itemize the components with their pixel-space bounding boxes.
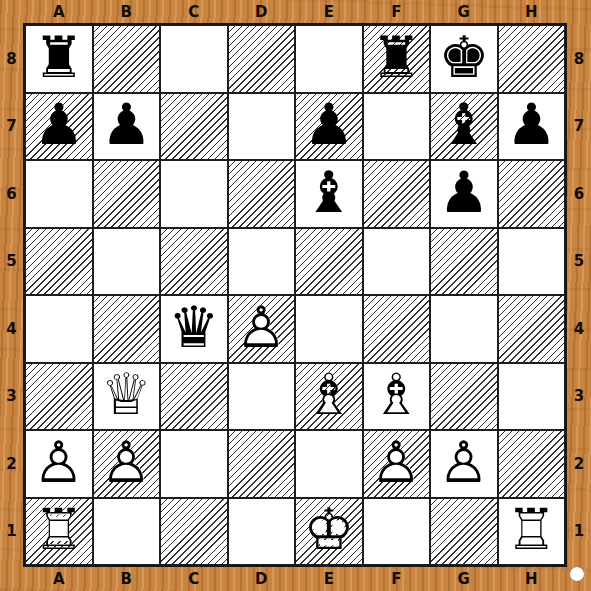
square-d3[interactable] bbox=[228, 363, 296, 431]
square-b8[interactable] bbox=[93, 25, 161, 93]
square-g6[interactable]: ♟ bbox=[430, 160, 498, 228]
square-b2[interactable]: ♟♙ bbox=[93, 430, 161, 498]
chess-board: ♜♜♚♟♟♟♝♟♝♟♛♟♙♛♕♝♗♝♗♟♙♟♙♟♙♟♙♜♖♚♔♜♖ bbox=[23, 23, 567, 567]
square-f3[interactable]: ♝♗ bbox=[363, 363, 431, 431]
square-f1[interactable] bbox=[363, 498, 431, 566]
file-labels-top: ABCDEFGH bbox=[25, 0, 565, 23]
piece-outline: ♙ bbox=[363, 430, 431, 498]
piece-white-pawn: ♟♙ bbox=[93, 430, 161, 498]
piece-white-pawn: ♟♙ bbox=[228, 295, 296, 363]
square-b3[interactable]: ♛♕ bbox=[93, 363, 161, 431]
piece-outline: ♖ bbox=[25, 498, 93, 566]
piece-outline: ♟ bbox=[498, 93, 566, 161]
piece-outline: ♚ bbox=[430, 25, 498, 93]
square-d5[interactable] bbox=[228, 228, 296, 296]
piece-black-bishop: ♝ bbox=[430, 93, 498, 161]
chess-board-frame: ABCDEFGH ABCDEFGH 87654321 87654321 ♜♜♚♟… bbox=[0, 0, 591, 591]
square-f6[interactable] bbox=[363, 160, 431, 228]
piece-outline: ♗ bbox=[295, 363, 363, 431]
file-label-h: H bbox=[498, 0, 566, 23]
piece-white-pawn: ♟♙ bbox=[430, 430, 498, 498]
piece-black-king: ♚ bbox=[430, 25, 498, 93]
square-d7[interactable] bbox=[228, 93, 296, 161]
piece-white-pawn: ♟♙ bbox=[363, 430, 431, 498]
piece-white-bishop: ♝♗ bbox=[295, 363, 363, 431]
file-label-d: D bbox=[228, 0, 296, 23]
file-label-g: G bbox=[430, 0, 498, 23]
square-c3[interactable] bbox=[160, 363, 228, 431]
white-to-move-indicator bbox=[570, 567, 584, 581]
square-b5[interactable] bbox=[93, 228, 161, 296]
square-a1[interactable]: ♜♖ bbox=[25, 498, 93, 566]
rank-label-8: 8 bbox=[0, 25, 23, 93]
file-label-f: F bbox=[363, 0, 431, 23]
square-h3[interactable] bbox=[498, 363, 566, 431]
rank-label-4: 4 bbox=[567, 295, 591, 363]
piece-black-pawn: ♟ bbox=[498, 93, 566, 161]
square-a6[interactable] bbox=[25, 160, 93, 228]
piece-outline: ♔ bbox=[295, 498, 363, 566]
square-e5[interactable] bbox=[295, 228, 363, 296]
rank-labels-left: 87654321 bbox=[0, 25, 23, 565]
file-label-e: E bbox=[295, 0, 363, 23]
rank-label-3: 3 bbox=[567, 363, 591, 431]
piece-black-pawn: ♟ bbox=[430, 160, 498, 228]
rank-label-7: 7 bbox=[0, 93, 23, 161]
piece-outline: ♟ bbox=[430, 160, 498, 228]
square-a8[interactable]: ♜ bbox=[25, 25, 93, 93]
rank-label-1: 1 bbox=[0, 498, 23, 566]
square-h1[interactable]: ♜♖ bbox=[498, 498, 566, 566]
square-c5[interactable] bbox=[160, 228, 228, 296]
square-e3[interactable]: ♝♗ bbox=[295, 363, 363, 431]
square-b6[interactable] bbox=[93, 160, 161, 228]
square-b7[interactable]: ♟ bbox=[93, 93, 161, 161]
square-c4[interactable]: ♛ bbox=[160, 295, 228, 363]
rank-label-2: 2 bbox=[0, 430, 23, 498]
piece-white-bishop: ♝♗ bbox=[363, 363, 431, 431]
piece-white-queen: ♛♕ bbox=[93, 363, 161, 431]
file-label-c: C bbox=[160, 567, 228, 591]
square-d6[interactable] bbox=[228, 160, 296, 228]
piece-outline: ♜ bbox=[363, 25, 431, 93]
rank-label-5: 5 bbox=[567, 228, 591, 296]
square-e2[interactable] bbox=[295, 430, 363, 498]
piece-black-pawn: ♟ bbox=[25, 93, 93, 161]
square-d4[interactable]: ♟♙ bbox=[228, 295, 296, 363]
file-label-d: D bbox=[228, 567, 296, 591]
square-e6[interactable]: ♝ bbox=[295, 160, 363, 228]
square-a3[interactable] bbox=[25, 363, 93, 431]
square-g1[interactable] bbox=[430, 498, 498, 566]
rank-label-1: 1 bbox=[567, 498, 591, 566]
rank-label-7: 7 bbox=[567, 93, 591, 161]
square-d1[interactable] bbox=[228, 498, 296, 566]
square-h8[interactable] bbox=[498, 25, 566, 93]
file-label-c: C bbox=[160, 0, 228, 23]
piece-white-rook: ♜♖ bbox=[498, 498, 566, 566]
square-h4[interactable] bbox=[498, 295, 566, 363]
piece-outline: ♙ bbox=[430, 430, 498, 498]
piece-outline: ♙ bbox=[228, 295, 296, 363]
square-f8[interactable]: ♜ bbox=[363, 25, 431, 93]
square-g4[interactable] bbox=[430, 295, 498, 363]
piece-outline: ♕ bbox=[93, 363, 161, 431]
file-label-a: A bbox=[25, 567, 93, 591]
piece-black-rook: ♜ bbox=[25, 25, 93, 93]
square-h6[interactable] bbox=[498, 160, 566, 228]
square-e7[interactable]: ♟ bbox=[295, 93, 363, 161]
square-g2[interactable]: ♟♙ bbox=[430, 430, 498, 498]
square-h2[interactable] bbox=[498, 430, 566, 498]
square-e8[interactable] bbox=[295, 25, 363, 93]
piece-outline: ♟ bbox=[93, 93, 161, 161]
file-label-a: A bbox=[25, 0, 93, 23]
square-a2[interactable]: ♟♙ bbox=[25, 430, 93, 498]
square-f7[interactable] bbox=[363, 93, 431, 161]
rank-labels-right: 87654321 bbox=[567, 25, 591, 565]
square-c7[interactable] bbox=[160, 93, 228, 161]
rank-label-3: 3 bbox=[0, 363, 23, 431]
rank-label-6: 6 bbox=[0, 160, 23, 228]
square-e1[interactable]: ♚♔ bbox=[295, 498, 363, 566]
file-labels-bottom: ABCDEFGH bbox=[25, 567, 565, 591]
square-a5[interactable] bbox=[25, 228, 93, 296]
square-a7[interactable]: ♟ bbox=[25, 93, 93, 161]
square-f5[interactable] bbox=[363, 228, 431, 296]
square-f2[interactable]: ♟♙ bbox=[363, 430, 431, 498]
piece-black-rook: ♜ bbox=[363, 25, 431, 93]
square-c6[interactable] bbox=[160, 160, 228, 228]
piece-outline: ♖ bbox=[498, 498, 566, 566]
square-a4[interactable] bbox=[25, 295, 93, 363]
piece-black-queen: ♛ bbox=[160, 295, 228, 363]
file-label-g: G bbox=[430, 567, 498, 591]
piece-outline: ♟ bbox=[295, 93, 363, 161]
rank-label-6: 6 bbox=[567, 160, 591, 228]
file-label-h: H bbox=[498, 567, 566, 591]
piece-outline: ♝ bbox=[295, 160, 363, 228]
square-g5[interactable] bbox=[430, 228, 498, 296]
piece-white-pawn: ♟♙ bbox=[25, 430, 93, 498]
file-label-f: F bbox=[363, 567, 431, 591]
square-h7[interactable]: ♟ bbox=[498, 93, 566, 161]
piece-outline: ♝ bbox=[430, 93, 498, 161]
square-c1[interactable] bbox=[160, 498, 228, 566]
square-e4[interactable] bbox=[295, 295, 363, 363]
square-g7[interactable]: ♝ bbox=[430, 93, 498, 161]
piece-black-bishop: ♝ bbox=[295, 160, 363, 228]
square-c8[interactable] bbox=[160, 25, 228, 93]
rank-label-4: 4 bbox=[0, 295, 23, 363]
rank-label-2: 2 bbox=[567, 430, 591, 498]
piece-outline: ♛ bbox=[160, 295, 228, 363]
piece-white-king: ♚♔ bbox=[295, 498, 363, 566]
file-label-e: E bbox=[295, 567, 363, 591]
square-f4[interactable] bbox=[363, 295, 431, 363]
square-b1[interactable] bbox=[93, 498, 161, 566]
square-d2[interactable] bbox=[228, 430, 296, 498]
square-d8[interactable] bbox=[228, 25, 296, 93]
file-label-b: B bbox=[93, 567, 161, 591]
square-h5[interactable] bbox=[498, 228, 566, 296]
piece-outline: ♙ bbox=[25, 430, 93, 498]
file-label-b: B bbox=[93, 0, 161, 23]
square-g3[interactable] bbox=[430, 363, 498, 431]
square-b4[interactable] bbox=[93, 295, 161, 363]
square-c2[interactable] bbox=[160, 430, 228, 498]
square-g8[interactable]: ♚ bbox=[430, 25, 498, 93]
piece-outline: ♗ bbox=[363, 363, 431, 431]
piece-black-pawn: ♟ bbox=[295, 93, 363, 161]
piece-outline: ♜ bbox=[25, 25, 93, 93]
piece-black-pawn: ♟ bbox=[93, 93, 161, 161]
piece-outline: ♙ bbox=[93, 430, 161, 498]
piece-outline: ♟ bbox=[25, 93, 93, 161]
rank-label-8: 8 bbox=[567, 25, 591, 93]
piece-white-rook: ♜♖ bbox=[25, 498, 93, 566]
rank-label-5: 5 bbox=[0, 228, 23, 296]
